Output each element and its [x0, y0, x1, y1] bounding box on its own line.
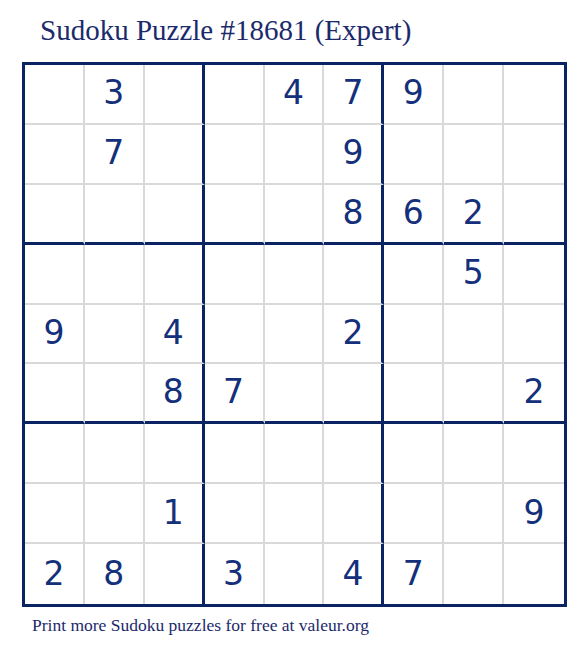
cell-r1c8-empty	[444, 65, 504, 125]
cell-r4c5-empty	[265, 245, 325, 305]
cell-r1c5-given: 4	[265, 65, 325, 125]
cell-r1c4-empty	[205, 65, 265, 125]
cell-r2c1-empty	[25, 125, 85, 185]
cell-r5c8-empty	[444, 305, 504, 365]
cell-r3c5-empty	[265, 185, 325, 245]
cell-r9c3-empty	[145, 544, 205, 604]
cell-r5c4-empty	[205, 305, 265, 365]
cell-r4c9-empty	[504, 245, 564, 305]
cell-r7c4-empty	[205, 424, 265, 484]
cell-r5c2-empty	[85, 305, 145, 365]
cell-r5c7-empty	[384, 305, 444, 365]
cell-r7c5-empty	[265, 424, 325, 484]
cell-r6c9-given: 2	[504, 364, 564, 424]
cell-r9c8-empty	[444, 544, 504, 604]
cell-r4c2-empty	[85, 245, 145, 305]
cell-r4c1-empty	[25, 245, 85, 305]
cell-r3c9-empty	[504, 185, 564, 245]
cell-r7c6-empty	[324, 424, 384, 484]
cell-r9c1-given: 2	[25, 544, 85, 604]
cell-r5c3-given: 4	[145, 305, 205, 365]
cell-r5c9-empty	[504, 305, 564, 365]
cell-r2c8-empty	[444, 125, 504, 185]
cell-r9c6-given: 4	[324, 544, 384, 604]
cell-r1c9-empty	[504, 65, 564, 125]
cell-r1c2-given: 3	[85, 65, 145, 125]
cell-r6c4-given: 7	[205, 364, 265, 424]
cell-r7c3-empty	[145, 424, 205, 484]
cell-r1c1-empty	[25, 65, 85, 125]
cell-r9c4-given: 3	[205, 544, 265, 604]
cell-r3c3-empty	[145, 185, 205, 245]
cell-r8c8-empty	[444, 484, 504, 544]
cell-r8c6-empty	[324, 484, 384, 544]
cell-r6c3-given: 8	[145, 364, 205, 424]
cell-r2c2-given: 7	[85, 125, 145, 185]
cell-r3c6-given: 8	[324, 185, 384, 245]
cell-r5c1-given: 9	[25, 305, 85, 365]
sudoku-board: 34797986259428721928347	[22, 62, 567, 607]
cell-r8c7-empty	[384, 484, 444, 544]
cell-r5c5-empty	[265, 305, 325, 365]
cell-r3c8-given: 2	[444, 185, 504, 245]
cell-r7c9-empty	[504, 424, 564, 484]
cell-r4c6-empty	[324, 245, 384, 305]
cell-r8c3-given: 1	[145, 484, 205, 544]
cell-r3c1-empty	[25, 185, 85, 245]
cell-r3c4-empty	[205, 185, 265, 245]
cell-r7c1-empty	[25, 424, 85, 484]
cell-r8c5-empty	[265, 484, 325, 544]
cell-r5c6-given: 2	[324, 305, 384, 365]
cell-r3c2-empty	[85, 185, 145, 245]
cell-r4c4-empty	[205, 245, 265, 305]
cell-r9c9-empty	[504, 544, 564, 604]
cell-r9c2-given: 8	[85, 544, 145, 604]
cell-r1c3-empty	[145, 65, 205, 125]
cell-r8c4-empty	[205, 484, 265, 544]
footer-credit: Print more Sudoku puzzles for free at va…	[32, 615, 369, 636]
cell-r2c7-empty	[384, 125, 444, 185]
cell-r1c6-given: 7	[324, 65, 384, 125]
cell-r9c7-given: 7	[384, 544, 444, 604]
cell-r2c4-empty	[205, 125, 265, 185]
cell-r7c8-empty	[444, 424, 504, 484]
cell-r2c5-empty	[265, 125, 325, 185]
cell-r2c3-empty	[145, 125, 205, 185]
cell-r1c7-given: 9	[384, 65, 444, 125]
cell-r6c8-empty	[444, 364, 504, 424]
cell-r7c7-empty	[384, 424, 444, 484]
cell-r3c7-given: 6	[384, 185, 444, 245]
cell-r7c2-empty	[85, 424, 145, 484]
cell-r9c5-empty	[265, 544, 325, 604]
cell-r6c7-empty	[384, 364, 444, 424]
cell-r4c3-empty	[145, 245, 205, 305]
cell-r4c7-empty	[384, 245, 444, 305]
cell-r8c2-empty	[85, 484, 145, 544]
cell-r4c8-given: 5	[444, 245, 504, 305]
cell-r6c6-empty	[324, 364, 384, 424]
cell-r2c9-empty	[504, 125, 564, 185]
cell-r6c5-empty	[265, 364, 325, 424]
page-title: Sudoku Puzzle #18681 (Expert)	[40, 14, 411, 47]
cell-r8c9-given: 9	[504, 484, 564, 544]
cell-r6c1-empty	[25, 364, 85, 424]
cell-r2c6-given: 9	[324, 125, 384, 185]
cell-r8c1-empty	[25, 484, 85, 544]
cell-r6c2-empty	[85, 364, 145, 424]
